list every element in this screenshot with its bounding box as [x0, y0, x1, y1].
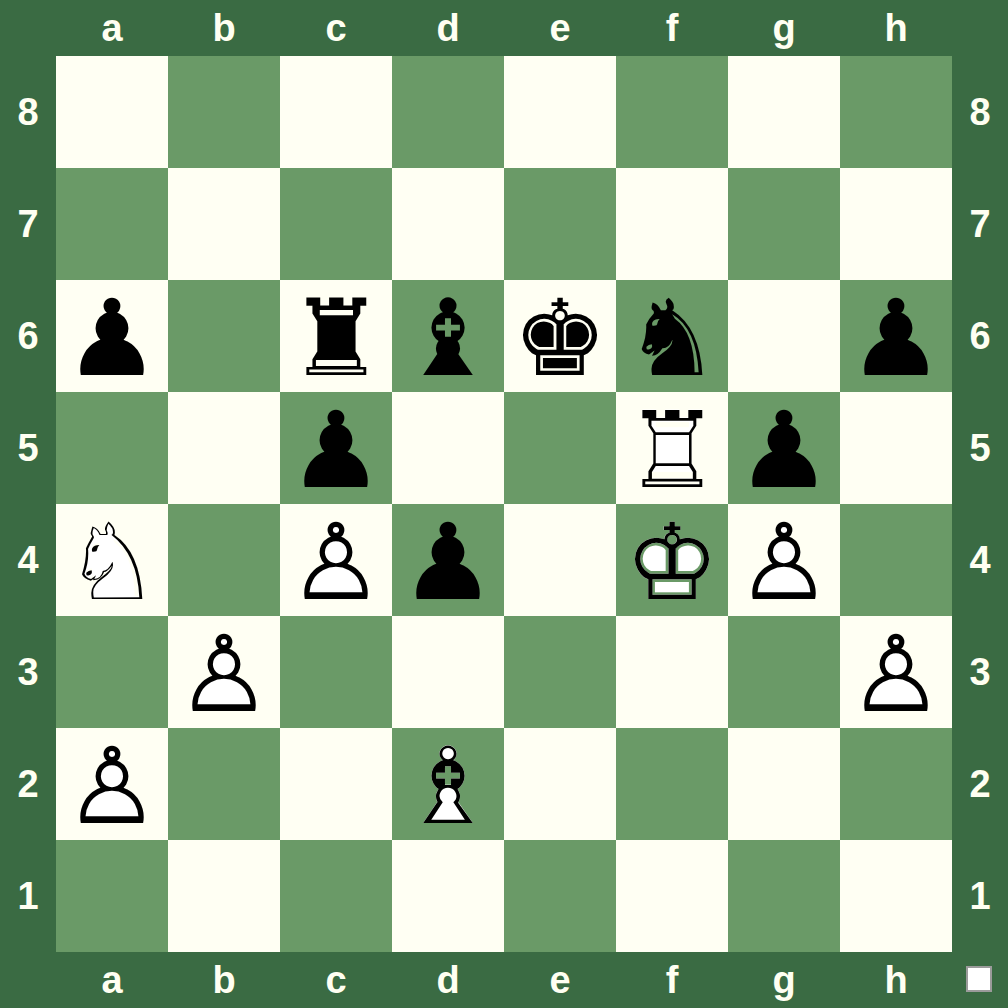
white-pawn-h3: ♟♙ — [840, 616, 952, 728]
piece-glyph: ♜ — [280, 283, 392, 395]
square-c4[interactable]: ♟♙ — [280, 504, 392, 616]
square-h3[interactable]: ♟♙ — [840, 616, 952, 728]
rank-label-6: 6 — [952, 280, 1008, 392]
square-g1[interactable] — [728, 840, 840, 952]
white-rook-f5: ♜♖ — [616, 392, 728, 504]
square-g4[interactable]: ♟♙ — [728, 504, 840, 616]
square-f1[interactable] — [616, 840, 728, 952]
rank-label-5: 5 — [952, 392, 1008, 504]
square-h1[interactable] — [840, 840, 952, 952]
square-e7[interactable] — [504, 168, 616, 280]
piece-glyph: ♟ — [728, 395, 840, 507]
square-b5[interactable] — [168, 392, 280, 504]
square-d5[interactable] — [392, 392, 504, 504]
rank-label-5: 5 — [0, 392, 56, 504]
rank-label-8: 8 — [0, 56, 56, 168]
black-king-e6: ♚ — [504, 280, 616, 392]
square-e3[interactable] — [504, 616, 616, 728]
square-d7[interactable] — [392, 168, 504, 280]
square-h8[interactable] — [840, 56, 952, 168]
file-label-h: h — [840, 0, 952, 56]
square-f4[interactable]: ♚♔ — [616, 504, 728, 616]
file-label-g: g — [728, 0, 840, 56]
square-h2[interactable] — [840, 728, 952, 840]
square-g2[interactable] — [728, 728, 840, 840]
rank-label-3: 3 — [952, 616, 1008, 728]
square-a4[interactable]: ♞♘ — [56, 504, 168, 616]
file-label-h: h — [840, 952, 952, 1008]
white-king-f4: ♚♔ — [616, 504, 728, 616]
square-e2[interactable] — [504, 728, 616, 840]
square-c7[interactable] — [280, 168, 392, 280]
white-pawn-g4: ♟♙ — [728, 504, 840, 616]
file-label-c: c — [280, 952, 392, 1008]
square-a3[interactable] — [56, 616, 168, 728]
square-a2[interactable]: ♟♙ — [56, 728, 168, 840]
square-f3[interactable] — [616, 616, 728, 728]
rank-label-3: 3 — [0, 616, 56, 728]
piece-outline-glyph: ♙ — [728, 507, 840, 619]
file-label-f: f — [616, 0, 728, 56]
file-label-d: d — [392, 0, 504, 56]
black-pawn-h6: ♟ — [840, 280, 952, 392]
white-bishop-d2: ♝♗ — [392, 728, 504, 840]
rank-label-2: 2 — [0, 728, 56, 840]
square-g6[interactable] — [728, 280, 840, 392]
piece-glyph: ♟ — [392, 507, 504, 619]
square-g5[interactable]: ♟ — [728, 392, 840, 504]
piece-outline-glyph: ♙ — [56, 731, 168, 843]
file-label-c: c — [280, 0, 392, 56]
piece-glyph: ♝ — [392, 283, 504, 395]
rank-label-6: 6 — [0, 280, 56, 392]
square-b7[interactable] — [168, 168, 280, 280]
file-label-f: f — [616, 952, 728, 1008]
rank-label-7: 7 — [952, 168, 1008, 280]
white-pawn-b3: ♟♙ — [168, 616, 280, 728]
square-g7[interactable] — [728, 168, 840, 280]
piece-glyph: ♟ — [840, 283, 952, 395]
rank-label-2: 2 — [952, 728, 1008, 840]
black-knight-f6: ♞ — [616, 280, 728, 392]
file-label-b: b — [168, 952, 280, 1008]
square-f2[interactable] — [616, 728, 728, 840]
piece-outline-glyph: ♖ — [616, 395, 728, 507]
black-pawn-c5: ♟ — [280, 392, 392, 504]
square-d8[interactable] — [392, 56, 504, 168]
file-label-a: a — [56, 952, 168, 1008]
black-pawn-g5: ♟ — [728, 392, 840, 504]
black-pawn-a6: ♟ — [56, 280, 168, 392]
square-c2[interactable] — [280, 728, 392, 840]
square-h6[interactable]: ♟ — [840, 280, 952, 392]
square-b2[interactable] — [168, 728, 280, 840]
square-d2[interactable]: ♝♗ — [392, 728, 504, 840]
square-a1[interactable] — [56, 840, 168, 952]
white-knight-a4: ♞♘ — [56, 504, 168, 616]
square-c1[interactable] — [280, 840, 392, 952]
square-d4[interactable]: ♟ — [392, 504, 504, 616]
piece-outline-glyph: ♙ — [840, 619, 952, 731]
piece-outline-glyph: ♙ — [168, 619, 280, 731]
rank-labels-left: 87654321 — [0, 56, 56, 952]
square-f7[interactable] — [616, 168, 728, 280]
white-pawn-c4: ♟♙ — [280, 504, 392, 616]
rank-label-4: 4 — [0, 504, 56, 616]
file-label-e: e — [504, 952, 616, 1008]
square-c6[interactable]: ♜ — [280, 280, 392, 392]
board-grid: ♟♜♝♚♞♟♟♜♖♟♞♘♟♙♟♚♔♟♙♟♙♟♙♟♙♝♗ — [56, 56, 952, 952]
square-c3[interactable] — [280, 616, 392, 728]
square-f8[interactable] — [616, 56, 728, 168]
rank-labels-right: 87654321 — [952, 56, 1008, 952]
square-c8[interactable] — [280, 56, 392, 168]
rank-label-7: 7 — [0, 168, 56, 280]
black-pawn-d4: ♟ — [392, 504, 504, 616]
piece-glyph: ♟ — [56, 283, 168, 395]
chess-board: abcdefgh 87654321 ♟♜♝♚♞♟♟♜♖♟♞♘♟♙♟♚♔♟♙♟♙♟… — [0, 0, 1008, 1008]
white-pawn-a2: ♟♙ — [56, 728, 168, 840]
piece-glyph: ♞ — [616, 283, 728, 395]
square-e8[interactable] — [504, 56, 616, 168]
square-e6[interactable]: ♚ — [504, 280, 616, 392]
file-label-d: d — [392, 952, 504, 1008]
square-g3[interactable] — [728, 616, 840, 728]
black-rook-c6: ♜ — [280, 280, 392, 392]
square-d1[interactable] — [392, 840, 504, 952]
square-d6[interactable]: ♝ — [392, 280, 504, 392]
square-f6[interactable]: ♞ — [616, 280, 728, 392]
square-a8[interactable] — [56, 56, 168, 168]
square-b1[interactable] — [168, 840, 280, 952]
piece-outline-glyph: ♘ — [56, 507, 168, 619]
rank-label-1: 1 — [952, 840, 1008, 952]
file-label-e: e — [504, 0, 616, 56]
rank-label-8: 8 — [952, 56, 1008, 168]
piece-outline-glyph: ♗ — [392, 731, 504, 843]
file-labels-top: abcdefgh — [56, 0, 952, 56]
square-b3[interactable]: ♟♙ — [168, 616, 280, 728]
square-e5[interactable] — [504, 392, 616, 504]
square-c5[interactable]: ♟ — [280, 392, 392, 504]
piece-outline-glyph: ♔ — [616, 507, 728, 619]
square-h7[interactable] — [840, 168, 952, 280]
piece-outline-glyph: ♙ — [280, 507, 392, 619]
square-a6[interactable]: ♟ — [56, 280, 168, 392]
square-e4[interactable] — [504, 504, 616, 616]
square-b6[interactable] — [168, 280, 280, 392]
piece-glyph: ♟ — [280, 395, 392, 507]
square-b8[interactable] — [168, 56, 280, 168]
rank-label-4: 4 — [952, 504, 1008, 616]
square-d3[interactable] — [392, 616, 504, 728]
square-h5[interactable] — [840, 392, 952, 504]
piece-glyph: ♚ — [504, 283, 616, 395]
square-a5[interactable] — [56, 392, 168, 504]
file-label-b: b — [168, 0, 280, 56]
file-labels-bottom: abcdefgh — [56, 952, 952, 1008]
square-h4[interactable] — [840, 504, 952, 616]
file-label-g: g — [728, 952, 840, 1008]
rank-label-1: 1 — [0, 840, 56, 952]
square-g8[interactable] — [728, 56, 840, 168]
square-a7[interactable] — [56, 168, 168, 280]
file-label-a: a — [56, 0, 168, 56]
square-e1[interactable] — [504, 840, 616, 952]
white-to-move-indicator — [966, 966, 992, 992]
square-b4[interactable] — [168, 504, 280, 616]
black-bishop-d6: ♝ — [392, 280, 504, 392]
square-f5[interactable]: ♜♖ — [616, 392, 728, 504]
